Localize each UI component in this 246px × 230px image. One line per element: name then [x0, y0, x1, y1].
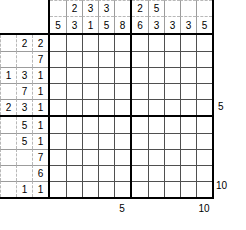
board-cell[interactable]: [82, 83, 98, 99]
board-cell[interactable]: [66, 67, 82, 83]
board-cell[interactable]: [50, 181, 66, 197]
col-clue-cell: [180, 0, 196, 16]
thick-line-top: [0, 33, 214, 35]
board-cell[interactable]: [50, 165, 66, 181]
board-cell[interactable]: [114, 133, 130, 149]
board-cell[interactable]: [114, 117, 130, 133]
board-cell[interactable]: [98, 181, 114, 197]
row-clue-cell: 1: [32, 181, 48, 197]
col-clue-cell: 3: [180, 16, 196, 33]
board-cell[interactable]: [180, 133, 196, 149]
row-clue-cell: [0, 133, 16, 149]
board-cell[interactable]: [66, 83, 82, 99]
board-cell[interactable]: [98, 67, 114, 83]
row-5-axis-label: 5: [218, 101, 224, 113]
col-clue-cell: 5: [98, 16, 114, 33]
board-cell[interactable]: [82, 35, 98, 51]
board-cell[interactable]: [50, 99, 66, 115]
col-clue-cell: [164, 0, 180, 16]
board-cell[interactable]: [114, 83, 130, 99]
board-cell[interactable]: [148, 133, 164, 149]
board-cell[interactable]: [114, 181, 130, 197]
board-cell[interactable]: [132, 51, 148, 67]
col-clue-cell: [114, 0, 130, 16]
board-cell[interactable]: [114, 67, 130, 83]
row-clue-cell: 7: [16, 83, 32, 99]
board-cell[interactable]: [148, 99, 164, 115]
col-clue-cell: 5: [148, 0, 164, 16]
nonogram-puzzle: 523313582653335 2271317123151517611 5 10…: [0, 0, 246, 230]
board-cell[interactable]: [148, 149, 164, 165]
col-10-axis-label: 10: [198, 203, 209, 215]
board-cell[interactable]: [132, 35, 148, 51]
board-cell[interactable]: [66, 117, 82, 133]
col-clue-cell: 8: [114, 16, 130, 33]
board-cell[interactable]: [180, 165, 196, 181]
board-cell[interactable]: [148, 165, 164, 181]
board-cell[interactable]: [50, 117, 66, 133]
board-cell[interactable]: [132, 149, 148, 165]
board-cell[interactable]: [180, 51, 196, 67]
board-cell[interactable]: [82, 99, 98, 115]
col-clue-cell: 3: [98, 0, 114, 16]
board-cell[interactable]: [66, 181, 82, 197]
row-clue-cell: [16, 51, 32, 67]
board-cell[interactable]: [98, 165, 114, 181]
board-cell[interactable]: [196, 35, 212, 51]
board-cell[interactable]: [180, 117, 196, 133]
board-cell[interactable]: [164, 35, 180, 51]
board-cell[interactable]: [196, 51, 212, 67]
board-cell[interactable]: [114, 51, 130, 67]
board-cell[interactable]: [132, 165, 148, 181]
board-cell[interactable]: [98, 149, 114, 165]
board-cell[interactable]: [98, 83, 114, 99]
row-clue-cell: [16, 149, 32, 165]
col-clue-cell: 3: [164, 16, 180, 33]
row-clue-cell: 1: [32, 133, 48, 149]
row-clue-cell: 1: [32, 117, 48, 133]
board-cell[interactable]: [164, 165, 180, 181]
row-clue-cell: [0, 117, 16, 133]
board-cell[interactable]: [132, 181, 148, 197]
board-cell[interactable]: [180, 99, 196, 115]
col-clue-cell: 2: [132, 0, 148, 16]
col-clue-cell: 5: [196, 16, 212, 33]
board-cell[interactable]: [180, 67, 196, 83]
board-cell[interactable]: [196, 117, 212, 133]
board-cell[interactable]: [164, 99, 180, 115]
thick-line-right: [212, 0, 214, 199]
board-cell[interactable]: [148, 67, 164, 83]
row-clue-cell: [0, 83, 16, 99]
row-10-axis-label: 10: [216, 180, 227, 192]
board-cell[interactable]: [196, 83, 212, 99]
board-cell[interactable]: [132, 67, 148, 83]
board-cell[interactable]: [82, 133, 98, 149]
thick-line-middle-vertical: [130, 0, 132, 199]
board-cell[interactable]: [132, 133, 148, 149]
row-clue-cell: [16, 165, 32, 181]
board-cell[interactable]: [148, 117, 164, 133]
col-clue-cell: 6: [132, 16, 148, 33]
row-clue-cell: 1: [16, 181, 32, 197]
board-cell[interactable]: [164, 181, 180, 197]
thick-line-middle-horizontal: [0, 115, 214, 117]
board-cell[interactable]: [132, 99, 148, 115]
board-cell[interactable]: [180, 149, 196, 165]
board-cell[interactable]: [82, 117, 98, 133]
board-cell[interactable]: [148, 83, 164, 99]
row-clue-cell: [0, 165, 16, 181]
row-clue-cell: 1: [0, 67, 16, 83]
board-cell[interactable]: [148, 181, 164, 197]
board-cell[interactable]: [114, 149, 130, 165]
board-cell[interactable]: [66, 99, 82, 115]
col-clue-cell: 3: [148, 16, 164, 33]
row-clue-cell: 2: [0, 99, 16, 115]
board-cell[interactable]: [66, 165, 82, 181]
row-clue-cell: 5: [16, 133, 32, 149]
board-cell[interactable]: [82, 51, 98, 67]
board-cell[interactable]: [164, 149, 180, 165]
col-clue-cell: [50, 0, 66, 16]
board-cell[interactable]: [98, 133, 114, 149]
row-clue-cell: [0, 181, 16, 197]
board-cell[interactable]: [98, 51, 114, 67]
board-cell[interactable]: [82, 67, 98, 83]
row-clue-cell: 5: [16, 117, 32, 133]
board-cell[interactable]: [180, 83, 196, 99]
board-cell[interactable]: [50, 67, 66, 83]
board-cell[interactable]: [164, 83, 180, 99]
board-cell[interactable]: [148, 51, 164, 67]
board-cell[interactable]: [196, 133, 212, 149]
board-cell[interactable]: [82, 181, 98, 197]
row-clue-cell: [0, 51, 16, 67]
row-clue-cell: 7: [32, 51, 48, 67]
row-clue-cell: 6: [32, 165, 48, 181]
row-clue-cell: 1: [32, 99, 48, 115]
board-cell[interactable]: [66, 133, 82, 149]
board-cell[interactable]: [196, 67, 212, 83]
row-clue-cell: 3: [16, 67, 32, 83]
board-cell[interactable]: [98, 99, 114, 115]
board-cell[interactable]: [114, 99, 130, 115]
board-cell[interactable]: [82, 165, 98, 181]
board-cell[interactable]: [66, 149, 82, 165]
board-cell[interactable]: [196, 165, 212, 181]
board-cell[interactable]: [180, 35, 196, 51]
col-clue-cell: [196, 0, 212, 16]
row-clue-cell: 3: [16, 99, 32, 115]
board-cell[interactable]: [180, 181, 196, 197]
board-cell[interactable]: [148, 35, 164, 51]
board-cell[interactable]: [50, 133, 66, 149]
board-cell[interactable]: [114, 35, 130, 51]
board-cell[interactable]: [132, 83, 148, 99]
board-cell[interactable]: [50, 51, 66, 67]
board-cell[interactable]: [50, 149, 66, 165]
col-clue-cell: 1: [82, 16, 98, 33]
row-clue-cell: 1: [32, 83, 48, 99]
col-clue-cell: 3: [66, 16, 82, 33]
board-cell[interactable]: [66, 51, 82, 67]
row-clue-cell: [0, 149, 16, 165]
row-clue-cell: 2: [32, 35, 48, 51]
col-clue-cell: 5: [50, 16, 66, 33]
board-cell[interactable]: [164, 133, 180, 149]
board-cell[interactable]: [196, 99, 212, 115]
col-5-axis-label: 5: [119, 203, 125, 215]
board-cell[interactable]: [50, 83, 66, 99]
board-cell[interactable]: [164, 51, 180, 67]
thick-line-left: [48, 0, 50, 199]
board-cell[interactable]: [196, 181, 212, 197]
row-clue-cell: 2: [16, 35, 32, 51]
board-cell[interactable]: [196, 149, 212, 165]
col-clue-cell: 3: [82, 0, 98, 16]
board-cell[interactable]: [66, 35, 82, 51]
board-cell[interactable]: [50, 35, 66, 51]
col-clue-cell: 2: [66, 0, 82, 16]
board-cell[interactable]: [164, 67, 180, 83]
board-cell[interactable]: [98, 35, 114, 51]
row-clue-cell: 7: [32, 149, 48, 165]
row-clue-cell: 1: [32, 67, 48, 83]
row-clue-cell: [0, 35, 16, 51]
board-cell[interactable]: [114, 165, 130, 181]
board-cell[interactable]: [98, 117, 114, 133]
board-cell[interactable]: [164, 117, 180, 133]
thick-line-bottom: [0, 197, 214, 199]
board-cell[interactable]: [132, 117, 148, 133]
board-cell[interactable]: [82, 149, 98, 165]
